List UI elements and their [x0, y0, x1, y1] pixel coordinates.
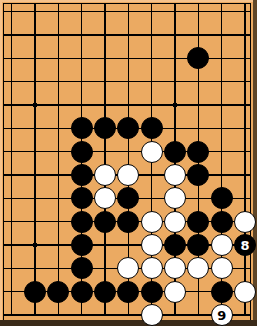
grid-vline: [244, 3, 246, 316]
stone-black: [187, 234, 209, 256]
stone-white: [234, 211, 256, 233]
stone-black: [187, 141, 209, 163]
stone-white: [164, 281, 186, 303]
stone-black: [71, 164, 93, 186]
stone-black: [187, 211, 209, 233]
stone-white: [141, 304, 163, 326]
star-point: [173, 103, 177, 107]
grid-hline: [3, 34, 251, 36]
stone-white: [117, 257, 139, 279]
go-board: 89: [0, 0, 257, 326]
stone-black: [94, 211, 116, 233]
stone-black: [117, 211, 139, 233]
stone-black: [141, 281, 163, 303]
stone-black: [71, 187, 93, 209]
stone-black: [187, 164, 209, 186]
stone-black: [164, 141, 186, 163]
grid-hline: [3, 58, 251, 60]
move-number: 8: [240, 239, 249, 252]
grid-hline: [3, 11, 251, 13]
stone-white: [141, 257, 163, 279]
stone-white: [94, 187, 116, 209]
stone-white-move-9: 9: [211, 304, 233, 326]
grid-vline: [104, 3, 106, 316]
stone-black: [117, 187, 139, 209]
stone-white: [164, 257, 186, 279]
board-frame-left: [3, 3, 5, 321]
stone-black: [71, 234, 93, 256]
grid-hline: [3, 104, 251, 106]
stone-black: [117, 281, 139, 303]
grid-vline: [58, 3, 60, 316]
stone-white: [141, 141, 163, 163]
stone-black: [71, 117, 93, 139]
stone-white: [141, 211, 163, 233]
grid-vline: [11, 3, 13, 316]
stone-white: [94, 164, 116, 186]
stone-black: [71, 211, 93, 233]
stone-black-move-8: 8: [234, 234, 256, 256]
stone-black: [211, 187, 233, 209]
stone-black: [164, 234, 186, 256]
move-number: 9: [217, 309, 226, 322]
stone-white: [164, 164, 186, 186]
star-point: [33, 243, 37, 247]
stone-black: [47, 281, 69, 303]
star-point: [33, 103, 37, 107]
stone-white: [211, 257, 233, 279]
stone-black: [117, 117, 139, 139]
stone-white: [187, 257, 209, 279]
grid-hline: [3, 151, 251, 153]
stone-black: [141, 117, 163, 139]
stone-black: [94, 281, 116, 303]
stone-black: [211, 281, 233, 303]
stone-black: [211, 211, 233, 233]
stone-white: [164, 211, 186, 233]
stone-white: [234, 281, 256, 303]
board-right-shadow: [253, 0, 257, 326]
grid-vline: [34, 3, 36, 316]
grid-hline: [3, 81, 251, 83]
stone-black: [94, 117, 116, 139]
stone-white: [117, 164, 139, 186]
stone-black: [71, 257, 93, 279]
stone-black: [71, 281, 93, 303]
stone-white: [164, 187, 186, 209]
stone-white: [211, 234, 233, 256]
stone-black: [71, 141, 93, 163]
stone-white: [141, 234, 163, 256]
stone-black: [187, 47, 209, 69]
stone-black: [24, 281, 46, 303]
board-frame-right-edge: [250, 3, 252, 321]
